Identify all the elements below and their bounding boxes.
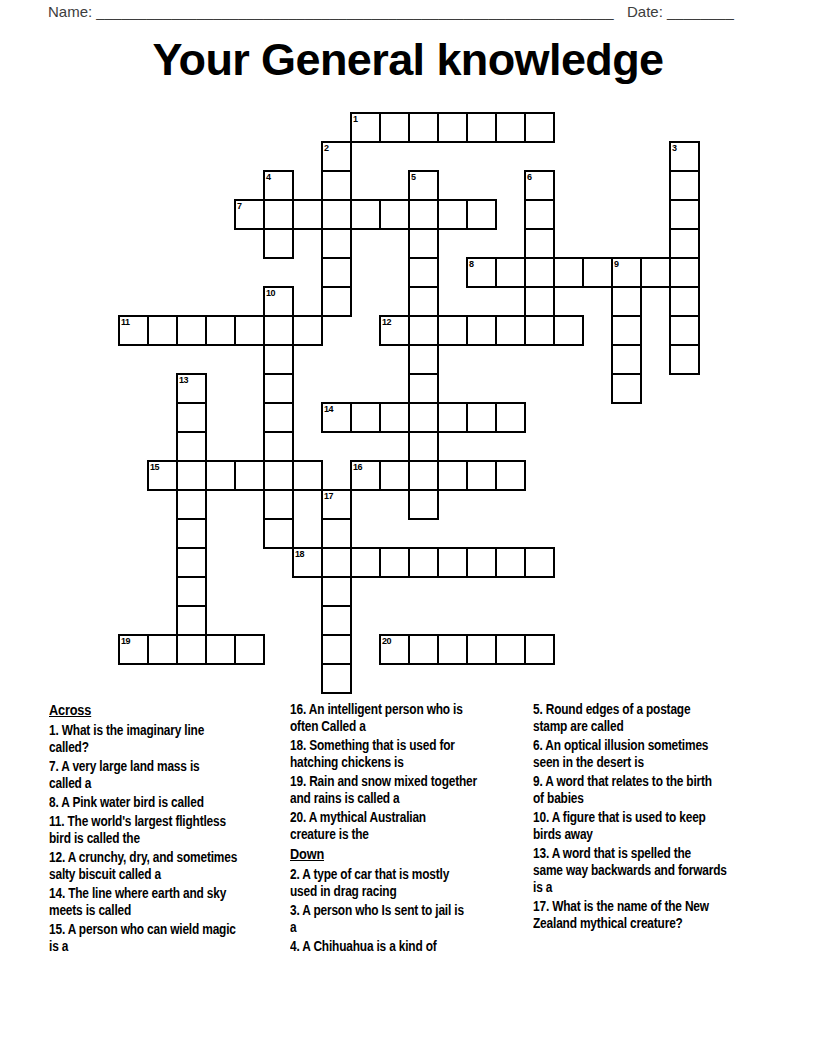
grid-cell[interactable]	[408, 402, 439, 433]
grid-cell[interactable]	[408, 489, 439, 520]
grid-cell[interactable]: 18	[292, 547, 323, 578]
grid-cell[interactable]	[408, 112, 439, 143]
grid-cell[interactable]	[263, 460, 294, 491]
grid-cell[interactable]	[176, 460, 207, 491]
grid-cell[interactable]	[408, 199, 439, 230]
grid-cell[interactable]	[466, 547, 497, 578]
worksheet-page: Name: __________________________________…	[0, 0, 816, 1056]
clue-column-3: 5. Round edges of a postage stamp are ca…	[533, 701, 807, 934]
grid-cell[interactable]	[408, 228, 439, 259]
grid-cell[interactable]	[437, 112, 468, 143]
grid-cell[interactable]: 10	[263, 286, 294, 317]
grid-cell[interactable]	[669, 344, 700, 375]
clue-4-down: 4. A Chihuahua is a kind of	[290, 938, 564, 955]
grid-cell[interactable]	[350, 547, 381, 578]
grid-cell[interactable]	[611, 373, 642, 404]
grid-cell[interactable]	[437, 547, 468, 578]
grid-cell[interactable]: 17	[321, 489, 352, 520]
grid-clue-number: 6	[527, 172, 532, 182]
grid-cell[interactable]	[205, 315, 236, 346]
grid-cell[interactable]	[176, 315, 207, 346]
grid-cell[interactable]	[466, 199, 497, 230]
grid-cell[interactable]	[466, 112, 497, 143]
grid-cell[interactable]	[176, 605, 207, 636]
clue-9-down: 9. A word that relates to the birth of b…	[533, 773, 807, 807]
grid-cell[interactable]	[147, 315, 178, 346]
name-label: Name:	[48, 3, 92, 20]
grid-cell[interactable]	[379, 112, 410, 143]
grid-clue-number: 3	[672, 143, 677, 153]
crossword-grid: 1234567891011121314151617181920	[118, 112, 701, 695]
grid-cell[interactable]: 2	[321, 141, 352, 172]
clue-11-across: 11. The world's largest flightless bird …	[49, 813, 323, 847]
grid-cell[interactable]	[321, 286, 352, 317]
grid-cell[interactable]: 12	[379, 315, 410, 346]
date-label: Date:	[627, 3, 663, 20]
grid-cell[interactable]	[408, 431, 439, 462]
grid-cell[interactable]: 5	[408, 170, 439, 201]
grid-cell[interactable]	[437, 460, 468, 491]
grid-cell[interactable]	[669, 286, 700, 317]
grid-cell[interactable]	[176, 634, 207, 665]
clue-2-down: 2. A type of car that is mostly used in …	[290, 866, 564, 900]
grid-clue-number: 7	[237, 201, 242, 211]
grid-cell[interactable]	[524, 547, 555, 578]
grid-cell[interactable]	[408, 257, 439, 288]
grid-cell[interactable]	[379, 199, 410, 230]
grid-cell[interactable]	[176, 402, 207, 433]
grid-cell[interactable]: 4	[263, 170, 294, 201]
grid-cell[interactable]	[466, 634, 497, 665]
clue-19-across: 19. Rain and snow mixed together and rai…	[290, 773, 564, 807]
grid-clue-number: 14	[324, 404, 333, 414]
grid-cell[interactable]	[234, 315, 265, 346]
name-field: Name: __________________________________…	[48, 2, 614, 22]
grid-cell[interactable]: 6	[524, 170, 555, 201]
grid-cell[interactable]	[234, 460, 265, 491]
grid-cell[interactable]	[669, 228, 700, 259]
grid-clue-number: 1	[353, 114, 358, 124]
grid-cell[interactable]	[495, 402, 526, 433]
grid-cell[interactable]	[524, 257, 555, 288]
grid-cell[interactable]: 20	[379, 634, 410, 665]
grid-cell[interactable]	[176, 489, 207, 520]
grid-cell[interactable]	[669, 170, 700, 201]
grid-cell[interactable]	[379, 547, 410, 578]
grid-clue-number: 12	[382, 317, 391, 327]
grid-cell[interactable]: 16	[350, 460, 381, 491]
grid-cell[interactable]	[408, 315, 439, 346]
clue-7-across: 7. A very large land mass is called a	[49, 758, 323, 792]
clue-16-across: 16. An intelligent person who is often C…	[290, 701, 564, 735]
clue-column-1: Across1. What is the imaginary line call…	[49, 701, 323, 957]
grid-cell[interactable]	[292, 315, 323, 346]
clue-column-2: 16. An intelligent person who is often C…	[290, 701, 564, 957]
grid-cell[interactable]	[321, 170, 352, 201]
clue-5-down: 5. Round edges of a postage stamp are ca…	[533, 701, 807, 735]
down-heading: Down	[290, 845, 564, 862]
grid-cell[interactable]: 1	[350, 112, 381, 143]
grid-cell[interactable]	[408, 344, 439, 375]
grid-cell[interactable]	[263, 315, 294, 346]
clue-3-down: 3. A person who Is sent to jail is a	[290, 902, 564, 936]
grid-cell[interactable]	[321, 663, 352, 694]
clue-8-across: 8. A Pink water bird is called	[49, 794, 323, 811]
grid-cell[interactable]	[176, 547, 207, 578]
clue-15-across: 15. A person who can wield magic is a	[49, 921, 323, 955]
grid-clue-number: 11	[121, 317, 130, 327]
grid-clue-number: 10	[266, 288, 275, 298]
grid-cell[interactable]	[611, 344, 642, 375]
grid-cell[interactable]	[321, 547, 352, 578]
grid-cell[interactable]	[611, 286, 642, 317]
clue-18-across: 18. Something that is used for hatching …	[290, 737, 564, 771]
grid-cell[interactable]	[495, 112, 526, 143]
clue-20-across: 20. A mythical Australian creature is th…	[290, 809, 564, 843]
grid-cell[interactable]	[408, 286, 439, 317]
grid-cell[interactable]	[350, 199, 381, 230]
grid-cell[interactable]	[176, 576, 207, 607]
grid-cell[interactable]	[495, 315, 526, 346]
grid-cell[interactable]: 7	[234, 199, 265, 230]
grid-cell[interactable]	[553, 257, 584, 288]
grid-cell[interactable]: 14	[321, 402, 352, 433]
across-heading: Across	[49, 701, 323, 718]
grid-cell[interactable]	[292, 199, 323, 230]
grid-cell[interactable]	[495, 547, 526, 578]
grid-clue-number: 2	[324, 143, 329, 153]
grid-cell[interactable]	[669, 315, 700, 346]
clue-13-down: 13. A word that is spelled the same way …	[533, 845, 807, 896]
grid-cell[interactable]	[611, 315, 642, 346]
grid-cell[interactable]	[524, 199, 555, 230]
grid-clue-number: 9	[614, 259, 619, 269]
clue-1-across: 1. What is the imaginary line called?	[49, 722, 323, 756]
grid-cell[interactable]	[466, 315, 497, 346]
grid-cell[interactable]	[263, 402, 294, 433]
clue-12-across: 12. A crunchy, dry, and sometimes salty …	[49, 849, 323, 883]
grid-cell[interactable]	[147, 634, 178, 665]
grid-cell[interactable]	[582, 257, 613, 288]
grid-cell[interactable]	[263, 373, 294, 404]
grid-cell[interactable]	[263, 228, 294, 259]
grid-clue-number: 5	[411, 172, 416, 182]
grid-cell[interactable]	[408, 460, 439, 491]
grid-cell[interactable]	[321, 199, 352, 230]
grid-clue-number: 4	[266, 172, 271, 182]
grid-cell[interactable]	[263, 199, 294, 230]
grid-cell[interactable]	[321, 634, 352, 665]
grid-cell[interactable]	[205, 460, 236, 491]
grid-cell[interactable]	[669, 257, 700, 288]
grid-cell[interactable]	[640, 257, 671, 288]
date-blank-line[interactable]: ________	[667, 3, 734, 20]
grid-cell[interactable]	[408, 373, 439, 404]
grid-cell[interactable]: 9	[611, 257, 642, 288]
grid-cell[interactable]	[437, 315, 468, 346]
grid-cell[interactable]	[379, 460, 410, 491]
grid-cell[interactable]	[524, 634, 555, 665]
grid-cell[interactable]	[408, 634, 439, 665]
grid-cell[interactable]	[176, 518, 207, 549]
grid-cell[interactable]	[553, 315, 584, 346]
grid-cell[interactable]	[292, 460, 323, 491]
grid-clue-number: 13	[179, 375, 188, 385]
grid-cell[interactable]	[408, 547, 439, 578]
clue-17-down: 17. What is the name of the New Zealand …	[533, 898, 807, 932]
grid-cell[interactable]: 8	[466, 257, 497, 288]
grid-cell[interactable]	[524, 315, 555, 346]
grid-cell[interactable]: 3	[669, 141, 700, 172]
clue-14-across: 14. The line where earth and sky meets i…	[49, 885, 323, 919]
grid-cell[interactable]	[437, 634, 468, 665]
grid-cell[interactable]	[524, 112, 555, 143]
grid-cell[interactable]	[379, 402, 410, 433]
page-title: Your General knowledge	[0, 37, 816, 82]
clue-6-down: 6. An optical illusion sometimes seen in…	[533, 737, 807, 771]
grid-cell[interactable]	[524, 228, 555, 259]
grid-clue-number: 15	[150, 462, 159, 472]
grid-clue-number: 8	[469, 259, 474, 269]
grid-cell[interactable]	[466, 402, 497, 433]
grid-cell[interactable]	[350, 402, 381, 433]
grid-cell[interactable]	[321, 576, 352, 607]
grid-clue-number: 19	[121, 636, 130, 646]
grid-cell[interactable]	[205, 634, 236, 665]
grid-cell[interactable]	[669, 199, 700, 230]
grid-clue-number: 17	[324, 491, 333, 501]
grid-cell[interactable]	[234, 634, 265, 665]
grid-cell[interactable]	[263, 489, 294, 520]
grid-cell[interactable]	[263, 344, 294, 375]
name-blank-line[interactable]: ________________________________________…	[96, 3, 613, 20]
grid-cell[interactable]	[321, 228, 352, 259]
grid-cell[interactable]	[437, 199, 468, 230]
grid-clue-number: 20	[382, 636, 391, 646]
grid-clue-number: 18	[295, 549, 304, 559]
grid-cell[interactable]	[495, 634, 526, 665]
grid-cell[interactable]: 13	[176, 373, 207, 404]
grid-cell[interactable]	[321, 257, 352, 288]
grid-cell[interactable]: 19	[118, 634, 149, 665]
grid-cell[interactable]: 11	[118, 315, 149, 346]
grid-cell[interactable]	[495, 257, 526, 288]
grid-cell[interactable]	[263, 431, 294, 462]
date-field: Date: ________	[627, 2, 734, 22]
grid-cell[interactable]	[437, 402, 468, 433]
grid-cell[interactable]	[466, 460, 497, 491]
grid-cell[interactable]	[263, 518, 294, 549]
grid-cell[interactable]	[524, 286, 555, 317]
grid-cell[interactable]	[321, 518, 352, 549]
grid-cell[interactable]: 15	[147, 460, 178, 491]
clue-10-down: 10. A figure that is used to keep birds …	[533, 809, 807, 843]
grid-cell[interactable]	[321, 605, 352, 636]
grid-clue-number: 16	[353, 462, 362, 472]
grid-cell[interactable]	[176, 431, 207, 462]
grid-cell[interactable]	[495, 460, 526, 491]
